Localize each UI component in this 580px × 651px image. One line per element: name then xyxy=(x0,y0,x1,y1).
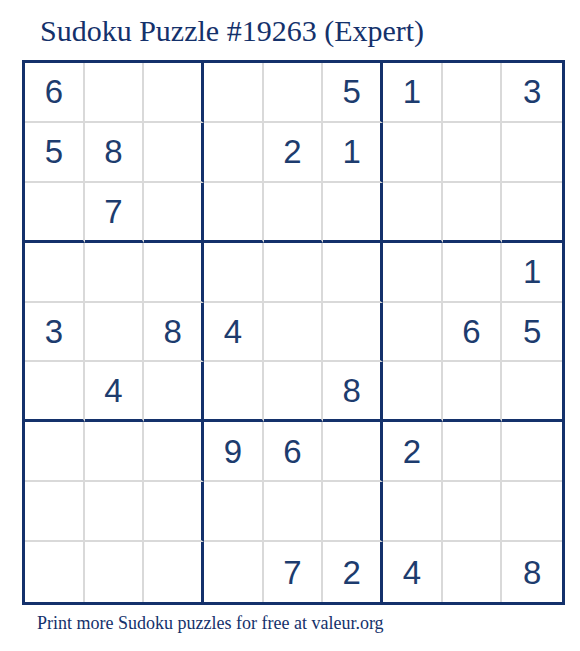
cell-r3c6[interactable] xyxy=(323,183,383,243)
cell-r1c9[interactable]: 3 xyxy=(502,63,562,123)
cell-r4c8[interactable] xyxy=(443,243,503,303)
cell-r9c1[interactable] xyxy=(25,542,85,602)
cell-r2c9[interactable] xyxy=(502,123,562,183)
cell-r3c5[interactable] xyxy=(264,183,324,243)
cell-r3c3[interactable] xyxy=(144,183,204,243)
cell-r2c3[interactable] xyxy=(144,123,204,183)
cell-r9c6[interactable]: 2 xyxy=(323,542,383,602)
footer-text: Print more Sudoku puzzles for free at va… xyxy=(37,613,384,634)
cell-r1c5[interactable] xyxy=(264,63,324,123)
cell-r5c7[interactable] xyxy=(383,303,443,363)
cell-r7c9[interactable] xyxy=(502,422,562,482)
cell-r3c9[interactable] xyxy=(502,183,562,243)
cell-r1c7[interactable]: 1 xyxy=(383,63,443,123)
cell-r1c4[interactable] xyxy=(204,63,264,123)
cell-r6c5[interactable] xyxy=(264,362,324,422)
cell-r1c2[interactable] xyxy=(85,63,145,123)
cell-r6c3[interactable] xyxy=(144,362,204,422)
cell-r1c8[interactable] xyxy=(443,63,503,123)
cell-r4c9[interactable]: 1 xyxy=(502,243,562,303)
cell-r8c2[interactable] xyxy=(85,482,145,542)
cell-r4c4[interactable] xyxy=(204,243,264,303)
cell-r4c7[interactable] xyxy=(383,243,443,303)
cell-r8c4[interactable] xyxy=(204,482,264,542)
cell-r2c7[interactable] xyxy=(383,123,443,183)
page: Sudoku Puzzle #19263 (Expert) 6513582171… xyxy=(0,0,580,651)
cell-r4c6[interactable] xyxy=(323,243,383,303)
puzzle-title: Sudoku Puzzle #19263 (Expert) xyxy=(40,14,424,48)
cell-r3c8[interactable] xyxy=(443,183,503,243)
cell-r4c3[interactable] xyxy=(144,243,204,303)
cell-r8c1[interactable] xyxy=(25,482,85,542)
cell-r7c3[interactable] xyxy=(144,422,204,482)
cell-r9c5[interactable]: 7 xyxy=(264,542,324,602)
cell-r8c7[interactable] xyxy=(383,482,443,542)
cell-r6c2[interactable]: 4 xyxy=(85,362,145,422)
cell-r8c3[interactable] xyxy=(144,482,204,542)
cell-r2c8[interactable] xyxy=(443,123,503,183)
sudoku-grid: 651358217138465489627248 xyxy=(22,60,565,605)
cell-r6c7[interactable] xyxy=(383,362,443,422)
cell-r7c1[interactable] xyxy=(25,422,85,482)
cell-r2c1[interactable]: 5 xyxy=(25,123,85,183)
cell-r4c1[interactable] xyxy=(25,243,85,303)
cell-r2c6[interactable]: 1 xyxy=(323,123,383,183)
cell-r5c5[interactable] xyxy=(264,303,324,363)
cell-r7c8[interactable] xyxy=(443,422,503,482)
cell-r5c2[interactable] xyxy=(85,303,145,363)
cell-r1c3[interactable] xyxy=(144,63,204,123)
cell-r9c4[interactable] xyxy=(204,542,264,602)
cell-r9c9[interactable]: 8 xyxy=(502,542,562,602)
cell-r8c8[interactable] xyxy=(443,482,503,542)
cell-r7c6[interactable] xyxy=(323,422,383,482)
cell-r7c7[interactable]: 2 xyxy=(383,422,443,482)
cell-r8c5[interactable] xyxy=(264,482,324,542)
cell-r7c5[interactable]: 6 xyxy=(264,422,324,482)
cell-r4c2[interactable] xyxy=(85,243,145,303)
cell-r2c2[interactable]: 8 xyxy=(85,123,145,183)
cell-r3c4[interactable] xyxy=(204,183,264,243)
cell-r1c6[interactable]: 5 xyxy=(323,63,383,123)
cell-r6c4[interactable] xyxy=(204,362,264,422)
cell-r2c5[interactable]: 2 xyxy=(264,123,324,183)
cell-r5c1[interactable]: 3 xyxy=(25,303,85,363)
cell-r5c4[interactable]: 4 xyxy=(204,303,264,363)
cell-r3c7[interactable] xyxy=(383,183,443,243)
cell-r9c7[interactable]: 4 xyxy=(383,542,443,602)
cell-r7c2[interactable] xyxy=(85,422,145,482)
cell-r7c4[interactable]: 9 xyxy=(204,422,264,482)
cell-r5c6[interactable] xyxy=(323,303,383,363)
cell-r5c3[interactable]: 8 xyxy=(144,303,204,363)
cell-r8c6[interactable] xyxy=(323,482,383,542)
cell-r5c8[interactable]: 6 xyxy=(443,303,503,363)
cell-r3c2[interactable]: 7 xyxy=(85,183,145,243)
cell-r9c8[interactable] xyxy=(443,542,503,602)
cell-r5c9[interactable]: 5 xyxy=(502,303,562,363)
cell-r2c4[interactable] xyxy=(204,123,264,183)
cell-r6c1[interactable] xyxy=(25,362,85,422)
cell-r6c8[interactable] xyxy=(443,362,503,422)
cell-r9c3[interactable] xyxy=(144,542,204,602)
cell-r6c9[interactable] xyxy=(502,362,562,422)
cell-r4c5[interactable] xyxy=(264,243,324,303)
cell-r6c6[interactable]: 8 xyxy=(323,362,383,422)
cell-r9c2[interactable] xyxy=(85,542,145,602)
cell-r1c1[interactable]: 6 xyxy=(25,63,85,123)
cell-r3c1[interactable] xyxy=(25,183,85,243)
cell-r8c9[interactable] xyxy=(502,482,562,542)
